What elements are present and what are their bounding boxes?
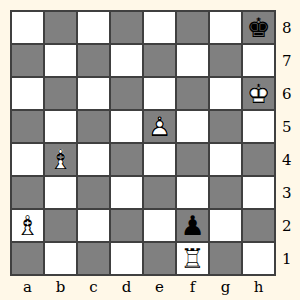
square-g8[interactable] [210,12,241,43]
rank-label-7: 7 [282,45,292,76]
square-h5[interactable] [243,111,274,142]
square-g4[interactable] [210,144,241,175]
square-f8[interactable] [177,12,208,43]
file-label-a: a [12,278,43,296]
file-label-g: g [210,278,241,296]
square-a5[interactable] [12,111,43,142]
square-d6[interactable] [111,78,142,109]
square-d1[interactable] [111,243,142,274]
square-e3[interactable] [144,177,175,208]
square-h2[interactable] [243,210,274,241]
square-h1[interactable] [243,243,274,274]
square-c5[interactable] [78,111,109,142]
rank-labels: 87654321 [282,12,292,274]
square-a2[interactable]: ♝♗ [12,210,43,241]
square-b6[interactable] [45,78,76,109]
square-b3[interactable] [45,177,76,208]
square-c1[interactable] [78,243,109,274]
rank-label-2: 2 [282,210,292,241]
square-g6[interactable] [210,78,241,109]
square-b5[interactable] [45,111,76,142]
square-d3[interactable] [111,177,142,208]
file-labels: abcdefgh [12,278,274,296]
square-h3[interactable] [243,177,274,208]
square-c8[interactable] [78,12,109,43]
rank-label-5: 5 [282,111,292,142]
square-g3[interactable] [210,177,241,208]
square-f7[interactable] [177,45,208,76]
square-a7[interactable] [12,45,43,76]
chess-diagram-page: ♚♚♔♟♙♝♗♝♗♟♜♖ abcdefgh 87654321 [0,0,300,300]
square-a4[interactable] [12,144,43,175]
rank-label-8: 8 [282,12,292,43]
square-c7[interactable] [78,45,109,76]
square-f3[interactable] [177,177,208,208]
square-f1[interactable]: ♜♖ [177,243,208,274]
square-g5[interactable] [210,111,241,142]
square-d7[interactable] [111,45,142,76]
square-e2[interactable] [144,210,175,241]
square-e5[interactable]: ♟♙ [144,111,175,142]
square-e1[interactable] [144,243,175,274]
square-e8[interactable] [144,12,175,43]
square-g2[interactable] [210,210,241,241]
file-label-c: c [78,278,109,296]
square-d8[interactable] [111,12,142,43]
file-label-e: e [144,278,175,296]
square-e6[interactable] [144,78,175,109]
piece-outline-layer: ♗ [45,144,76,175]
file-label-b: b [45,278,76,296]
square-g7[interactable] [210,45,241,76]
white-bishop[interactable]: ♝♗ [45,144,76,175]
square-e4[interactable] [144,144,175,175]
square-b2[interactable] [45,210,76,241]
square-b1[interactable] [45,243,76,274]
square-a6[interactable] [12,78,43,109]
black-king[interactable]: ♚ [243,12,274,43]
file-label-d: d [111,278,142,296]
square-c2[interactable] [78,210,109,241]
square-a1[interactable] [12,243,43,274]
rank-label-6: 6 [282,78,292,109]
square-a3[interactable] [12,177,43,208]
piece-outline-layer: ♔ [243,78,274,109]
square-h8[interactable]: ♚ [243,12,274,43]
square-d2[interactable] [111,210,142,241]
square-f2[interactable]: ♟ [177,210,208,241]
square-f6[interactable] [177,78,208,109]
square-g1[interactable] [210,243,241,274]
file-label-f: f [177,278,208,296]
white-king[interactable]: ♚♔ [243,78,274,109]
file-label-h: h [243,278,274,296]
square-f4[interactable] [177,144,208,175]
square-c3[interactable] [78,177,109,208]
rank-label-3: 3 [282,177,292,208]
square-c4[interactable] [78,144,109,175]
square-d5[interactable] [111,111,142,142]
square-h4[interactable] [243,144,274,175]
white-pawn[interactable]: ♟♙ [144,111,175,142]
square-h7[interactable] [243,45,274,76]
square-b7[interactable] [45,45,76,76]
square-f5[interactable] [177,111,208,142]
square-c6[interactable] [78,78,109,109]
square-b8[interactable] [45,12,76,43]
white-rook[interactable]: ♜♖ [177,243,208,274]
chess-board: ♚♚♔♟♙♝♗♝♗♟♜♖ [10,10,276,276]
rank-label-4: 4 [282,144,292,175]
rank-label-1: 1 [282,243,292,274]
piece-outline-layer: ♙ [144,111,175,142]
square-d4[interactable] [111,144,142,175]
square-h6[interactable]: ♚♔ [243,78,274,109]
square-e7[interactable] [144,45,175,76]
white-bishop[interactable]: ♝♗ [12,210,43,241]
square-b4[interactable]: ♝♗ [45,144,76,175]
black-pawn[interactable]: ♟ [177,210,208,241]
piece-outline-layer: ♖ [177,243,208,274]
square-a8[interactable] [12,12,43,43]
piece-outline-layer: ♗ [12,210,43,241]
